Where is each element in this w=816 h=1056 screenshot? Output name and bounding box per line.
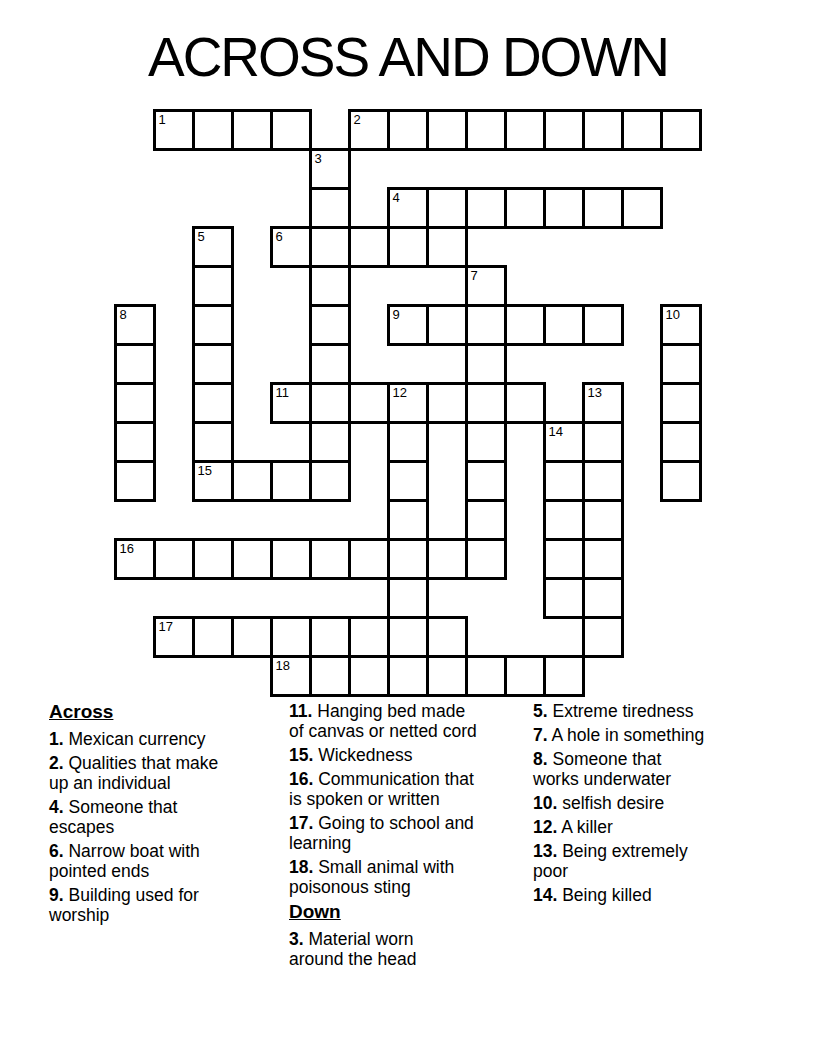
clue-text: Someone that escapes [49, 797, 177, 837]
grid-cell-r9c9[interactable] [465, 460, 507, 502]
cell-number-16: 16 [120, 542, 134, 556]
grid-cell-r1c5[interactable]: 3 [309, 148, 351, 190]
clue-down-8: 8. Someone that works underwater [533, 749, 748, 789]
clue-down-14: 14. Being killed [533, 885, 748, 905]
clue-column-2: 11. Hanging bed made of canvas or netted… [289, 701, 531, 973]
grid-cell-r13c3[interactable] [231, 616, 273, 658]
grid-cell-r12c11[interactable] [543, 577, 585, 619]
cell-number-10: 10 [666, 308, 680, 322]
clue-number: 1. [49, 729, 64, 749]
crossword-grid: 123456789101112131415161718 [115, 110, 700, 695]
grid-cell-r5c9[interactable] [465, 304, 507, 346]
clue-number: 4. [49, 797, 64, 817]
grid-cell-r10c12[interactable] [582, 499, 624, 541]
grid-cell-r9c4[interactable] [270, 460, 312, 502]
clue-across-2: 2. Qualities that make up an individual [49, 753, 274, 793]
grid-cell-r3c7[interactable] [387, 226, 429, 268]
clue-text: Wickedness [313, 745, 412, 765]
clue-text: Small animal with poisonous sting [289, 857, 454, 897]
grid-cell-r11c8[interactable] [426, 538, 468, 580]
clue-text: Going to school and learning [289, 813, 474, 853]
grid-cell-r0c2[interactable] [192, 109, 234, 151]
grid-cell-r13c7[interactable] [387, 616, 429, 658]
cell-number-5: 5 [198, 230, 205, 244]
clue-text: Qualities that make up an individual [49, 753, 218, 793]
clue-text: Someone that works underwater [533, 749, 671, 789]
clue-number: 9. [49, 885, 64, 905]
clue-column-3: 5. Extreme tiredness7. A hole in somethi… [533, 701, 748, 909]
clue-number: 16. [289, 769, 313, 789]
grid-cell-r9c3[interactable] [231, 460, 273, 502]
grid-cell-r9c0[interactable] [114, 460, 156, 502]
clue-text: Narrow boat with pointed ends [49, 841, 200, 881]
grid-cell-r8c14[interactable] [660, 421, 702, 463]
grid-cell-r9c2[interactable]: 15 [192, 460, 234, 502]
grid-cell-r11c11[interactable] [543, 538, 585, 580]
clue-text: selfish desire [557, 793, 664, 813]
grid-cell-r0c7[interactable] [387, 109, 429, 151]
grid-cell-r0c9[interactable] [465, 109, 507, 151]
cell-number-17: 17 [159, 620, 173, 634]
grid-cell-r7c7[interactable]: 12 [387, 382, 429, 424]
grid-cell-r14c6[interactable] [348, 655, 390, 697]
clue-across-18: 18. Small animal with poisonous sting [289, 857, 531, 897]
grid-cell-r8c9[interactable] [465, 421, 507, 463]
grid-cell-r5c5[interactable] [309, 304, 351, 346]
puzzle-title: ACROSS AND DOWN [0, 26, 816, 88]
cell-number-12: 12 [393, 386, 407, 400]
clue-number: 18. [289, 857, 313, 877]
grid-cell-r3c5[interactable] [309, 226, 351, 268]
clues-header-across: Across [49, 701, 274, 723]
grid-cell-r14c7[interactable] [387, 655, 429, 697]
cell-number-1: 1 [159, 113, 166, 127]
grid-cell-r9c7[interactable] [387, 460, 429, 502]
grid-cell-r13c5[interactable] [309, 616, 351, 658]
grid-cell-r11c5[interactable] [309, 538, 351, 580]
clue-text: A hole in something [548, 725, 705, 745]
grid-cell-r12c12[interactable] [582, 577, 624, 619]
clue-down-7: 7. A hole in something [533, 725, 748, 745]
grid-cell-r9c11[interactable] [543, 460, 585, 502]
grid-cell-r0c10[interactable] [504, 109, 546, 151]
grid-cell-r5c0[interactable]: 8 [114, 304, 156, 346]
grid-cell-r13c2[interactable] [192, 616, 234, 658]
grid-cell-r7c9[interactable] [465, 382, 507, 424]
grid-cell-r2c9[interactable] [465, 187, 507, 229]
grid-cell-r7c8[interactable] [426, 382, 468, 424]
grid-cell-r14c4[interactable]: 18 [270, 655, 312, 697]
grid-cell-r14c5[interactable] [309, 655, 351, 697]
clue-number: 7. [533, 725, 548, 745]
page: { "game": "crossword", "title": "ACROSS … [0, 0, 816, 1056]
grid-cell-r13c6[interactable] [348, 616, 390, 658]
cell-number-6: 6 [276, 230, 283, 244]
grid-cell-r14c10[interactable] [504, 655, 546, 697]
grid-cell-r2c10[interactable] [504, 187, 546, 229]
grid-cell-r14c11[interactable] [543, 655, 585, 697]
grid-cell-r7c12[interactable]: 13 [582, 382, 624, 424]
grid-cell-r8c0[interactable] [114, 421, 156, 463]
grid-cell-r11c2[interactable] [192, 538, 234, 580]
clue-across-6: 6. Narrow boat with pointed ends [49, 841, 274, 881]
grid-cell-r3c2[interactable]: 5 [192, 226, 234, 268]
grid-cell-r4c2[interactable] [192, 265, 234, 307]
grid-cell-r5c11[interactable] [543, 304, 585, 346]
clue-number: 12. [533, 817, 557, 837]
cell-number-13: 13 [588, 386, 602, 400]
grid-cell-r2c11[interactable] [543, 187, 585, 229]
clue-down-3: 3. Material worn around the head [289, 929, 531, 969]
grid-cell-r10c7[interactable] [387, 499, 429, 541]
grid-cell-r2c13[interactable] [621, 187, 663, 229]
cell-number-14: 14 [549, 425, 563, 439]
clue-across-9: 9. Building used for worship [49, 885, 274, 925]
cell-number-8: 8 [120, 308, 127, 322]
clue-text: Being extremely poor [533, 841, 688, 881]
clue-text: A killer [557, 817, 612, 837]
grid-cell-r4c9[interactable]: 7 [465, 265, 507, 307]
grid-cell-r7c6[interactable] [348, 382, 390, 424]
grid-cell-r5c8[interactable] [426, 304, 468, 346]
clue-down-5: 5. Extreme tiredness [533, 701, 748, 721]
grid-cell-r9c14[interactable] [660, 460, 702, 502]
clue-across-15: 15. Wickedness [289, 745, 531, 765]
clues-header-down: Down [289, 901, 531, 923]
grid-cell-r5c10[interactable] [504, 304, 546, 346]
grid-cell-r0c3[interactable] [231, 109, 273, 151]
grid-cell-r7c2[interactable] [192, 382, 234, 424]
grid-cell-r8c2[interactable] [192, 421, 234, 463]
grid-cell-r12c7[interactable] [387, 577, 429, 619]
grid-cell-r5c7[interactable]: 9 [387, 304, 429, 346]
grid-cell-r5c12[interactable] [582, 304, 624, 346]
clue-across-1: 1. Mexican currency [49, 729, 274, 749]
grid-cell-r6c9[interactable] [465, 343, 507, 385]
grid-cell-r8c5[interactable] [309, 421, 351, 463]
grid-cell-r2c8[interactable] [426, 187, 468, 229]
grid-cell-r14c9[interactable] [465, 655, 507, 697]
grid-cell-r5c2[interactable] [192, 304, 234, 346]
clue-number: 5. [533, 701, 548, 721]
grid-cell-r6c5[interactable] [309, 343, 351, 385]
clue-number: 15. [289, 745, 313, 765]
grid-cell-r14c8[interactable] [426, 655, 468, 697]
clue-column-1: Across1. Mexican currency2. Qualities th… [49, 701, 274, 929]
grid-cell-r0c14[interactable] [660, 109, 702, 151]
grid-cell-r2c12[interactable] [582, 187, 624, 229]
grid-cell-r0c12[interactable] [582, 109, 624, 151]
cell-number-15: 15 [198, 464, 212, 478]
clue-across-17: 17. Going to school and learning [289, 813, 531, 853]
grid-cell-r6c14[interactable] [660, 343, 702, 385]
clue-across-4: 4. Someone that escapes [49, 797, 274, 837]
grid-cell-r0c4[interactable] [270, 109, 312, 151]
cell-number-7: 7 [471, 269, 478, 283]
grid-cell-r3c8[interactable] [426, 226, 468, 268]
clue-number: 3. [289, 929, 304, 949]
clue-number: 13. [533, 841, 557, 861]
grid-cell-r9c5[interactable] [309, 460, 351, 502]
cell-number-18: 18 [276, 659, 290, 673]
grid-cell-r7c5[interactable] [309, 382, 351, 424]
clue-number: 11. [289, 701, 312, 721]
grid-cell-r0c1[interactable]: 1 [153, 109, 195, 151]
grid-cell-r5c14[interactable]: 10 [660, 304, 702, 346]
clue-text: Material worn around the head [289, 929, 416, 969]
grid-cell-r13c4[interactable] [270, 616, 312, 658]
grid-cell-r0c8[interactable] [426, 109, 468, 151]
grid-cell-r9c12[interactable] [582, 460, 624, 502]
clue-number: 6. [49, 841, 64, 861]
grid-cell-r2c5[interactable] [309, 187, 351, 229]
grid-cell-r13c12[interactable] [582, 616, 624, 658]
cell-number-4: 4 [393, 191, 400, 205]
grid-cell-r10c9[interactable] [465, 499, 507, 541]
clue-text: Being killed [557, 885, 651, 905]
grid-cell-r7c10[interactable] [504, 382, 546, 424]
grid-cell-r8c11[interactable]: 14 [543, 421, 585, 463]
grid-cell-r7c14[interactable] [660, 382, 702, 424]
clue-number: 14. [533, 885, 557, 905]
cell-number-3: 3 [315, 152, 322, 166]
cell-number-11: 11 [276, 386, 290, 400]
clue-down-10: 10. selfish desire [533, 793, 748, 813]
cell-number-9: 9 [393, 308, 400, 322]
clue-number: 2. [49, 753, 64, 773]
clue-number: 17. [289, 813, 313, 833]
grid-cell-r6c0[interactable] [114, 343, 156, 385]
grid-cell-r0c6[interactable]: 2 [348, 109, 390, 151]
grid-cell-r8c12[interactable] [582, 421, 624, 463]
grid-cell-r10c11[interactable] [543, 499, 585, 541]
grid-cell-r11c9[interactable] [465, 538, 507, 580]
grid-cell-r3c4[interactable]: 6 [270, 226, 312, 268]
grid-cell-r2c7[interactable]: 4 [387, 187, 429, 229]
clue-text: Hanging bed made of canvas or netted cor… [289, 701, 477, 741]
grid-cell-r13c1[interactable]: 17 [153, 616, 195, 658]
grid-cell-r3c6[interactable] [348, 226, 390, 268]
grid-cell-r11c1[interactable] [153, 538, 195, 580]
clue-down-12: 12. A killer [533, 817, 748, 837]
clue-text: Mexican currency [64, 729, 206, 749]
grid-cell-r6c2[interactable] [192, 343, 234, 385]
clue-across-16: 16. Communication that is spoken or writ… [289, 769, 531, 809]
grid-cell-r11c4[interactable] [270, 538, 312, 580]
grid-cell-r8c7[interactable] [387, 421, 429, 463]
clue-number: 10. [533, 793, 557, 813]
clue-text: Extreme tiredness [548, 701, 694, 721]
grid-cell-r11c3[interactable] [231, 538, 273, 580]
grid-cell-r11c12[interactable] [582, 538, 624, 580]
grid-cell-r0c11[interactable] [543, 109, 585, 151]
clue-down-13: 13. Being extremely poor [533, 841, 748, 881]
grid-cell-r13c8[interactable] [426, 616, 468, 658]
clue-text: Communication that is spoken or written [289, 769, 474, 809]
grid-cell-r0c13[interactable] [621, 109, 663, 151]
grid-cell-r4c5[interactable] [309, 265, 351, 307]
clue-number: 8. [533, 749, 548, 769]
grid-cell-r11c7[interactable] [387, 538, 429, 580]
cell-number-2: 2 [354, 113, 361, 127]
grid-cell-r11c0[interactable]: 16 [114, 538, 156, 580]
grid-cell-r7c4[interactable]: 11 [270, 382, 312, 424]
clue-text: Building used for worship [49, 885, 199, 925]
clue-across-11: 11. Hanging bed made of canvas or netted… [289, 701, 531, 741]
grid-cell-r11c6[interactable] [348, 538, 390, 580]
grid-cell-r7c0[interactable] [114, 382, 156, 424]
